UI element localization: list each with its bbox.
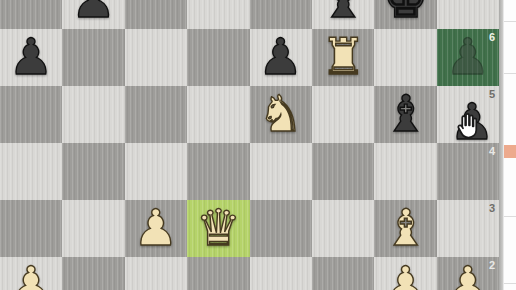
square-e2[interactable] <box>250 257 312 290</box>
white-pawn[interactable]: ♟ <box>383 257 428 290</box>
white-pawn[interactable]: ♟ <box>134 200 179 257</box>
square-b7[interactable]: ♟ <box>62 0 124 29</box>
square-a5[interactable] <box>0 86 62 143</box>
panel-row-divider <box>504 21 516 22</box>
square-d6[interactable] <box>187 29 249 86</box>
square-f2[interactable] <box>312 257 374 290</box>
square-c2[interactable] <box>125 257 187 290</box>
white-queen[interactable]: ♛ <box>196 200 241 257</box>
square-e3[interactable] <box>250 200 312 257</box>
square-b3[interactable] <box>62 200 124 257</box>
square-d7[interactable] <box>187 0 249 29</box>
square-c6[interactable] <box>125 29 187 86</box>
square-h7[interactable] <box>437 0 499 29</box>
square-f4[interactable] <box>312 143 374 200</box>
square-h4[interactable]: 4 <box>437 143 499 200</box>
square-b6[interactable] <box>62 29 124 86</box>
square-a7[interactable] <box>0 0 62 29</box>
black-king[interactable]: ♚ <box>383 0 428 29</box>
square-a3[interactable] <box>0 200 62 257</box>
panel-row-divider <box>504 73 516 74</box>
square-f5[interactable] <box>312 86 374 143</box>
square-d3[interactable]: ♛ <box>187 200 249 257</box>
black-pawn[interactable]: ♟ <box>446 29 491 86</box>
white-pawn[interactable]: ♟ <box>9 257 54 290</box>
black-pawn[interactable]: ♟ <box>71 0 116 29</box>
panel-row-divider <box>504 216 516 217</box>
square-f3[interactable] <box>312 200 374 257</box>
app-frame: ♟♝♚♟♟♜♟6♞♝54♟♛♝3♟♟♟2 ♟ <box>0 0 516 290</box>
black-bishop[interactable]: ♝ <box>383 86 428 143</box>
square-c7[interactable] <box>125 0 187 29</box>
square-c5[interactable] <box>125 86 187 143</box>
square-f6[interactable]: ♜ <box>312 29 374 86</box>
panel-row-divider <box>504 283 516 284</box>
grab-hand-cursor <box>452 111 482 141</box>
square-g4[interactable] <box>374 143 436 200</box>
square-e7[interactable] <box>250 0 312 29</box>
square-g2[interactable]: ♟ <box>374 257 436 290</box>
square-g3[interactable]: ♝ <box>374 200 436 257</box>
panel-active-row-highlight <box>504 145 516 158</box>
square-h6[interactable]: ♟6 <box>437 29 499 86</box>
square-a2[interactable]: ♟ <box>0 257 62 290</box>
square-e5[interactable]: ♞ <box>250 86 312 143</box>
rank-label-6: 6 <box>489 31 495 43</box>
square-d4[interactable] <box>187 143 249 200</box>
rank-label-2: 2 <box>489 259 495 271</box>
square-h3[interactable]: 3 <box>437 200 499 257</box>
square-f7[interactable]: ♝ <box>312 0 374 29</box>
square-c4[interactable] <box>125 143 187 200</box>
rank-label-3: 3 <box>489 202 495 214</box>
square-g7[interactable]: ♚ <box>374 0 436 29</box>
black-bishop[interactable]: ♝ <box>321 0 366 29</box>
square-d2[interactable] <box>187 257 249 290</box>
white-pawn[interactable]: ♟ <box>446 257 491 290</box>
square-a4[interactable] <box>0 143 62 200</box>
square-d5[interactable] <box>187 86 249 143</box>
black-pawn[interactable]: ♟ <box>258 29 303 86</box>
square-g6[interactable] <box>374 29 436 86</box>
square-h2[interactable]: ♟2 <box>437 257 499 290</box>
white-rook[interactable]: ♜ <box>321 29 366 86</box>
square-b4[interactable] <box>62 143 124 200</box>
moves-panel-edge <box>503 0 516 290</box>
square-b5[interactable] <box>62 86 124 143</box>
square-e4[interactable] <box>250 143 312 200</box>
square-g5[interactable]: ♝ <box>374 86 436 143</box>
square-b2[interactable] <box>62 257 124 290</box>
square-e6[interactable]: ♟ <box>250 29 312 86</box>
chess-board[interactable]: ♟♝♚♟♟♜♟6♞♝54♟♛♝3♟♟♟2 <box>0 0 499 290</box>
black-pawn[interactable]: ♟ <box>9 29 54 86</box>
square-a6[interactable]: ♟ <box>0 29 62 86</box>
white-knight[interactable]: ♞ <box>258 86 303 143</box>
square-c3[interactable]: ♟ <box>125 200 187 257</box>
white-bishop[interactable]: ♝ <box>383 200 428 257</box>
